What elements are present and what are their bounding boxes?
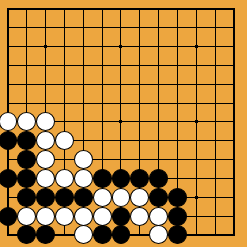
intersection[interactable] bbox=[93, 188, 112, 207]
intersection[interactable] bbox=[93, 207, 112, 226]
intersection[interactable] bbox=[206, 75, 225, 94]
intersection[interactable] bbox=[55, 18, 74, 37]
intersection[interactable] bbox=[17, 131, 36, 150]
intersection[interactable] bbox=[225, 37, 244, 56]
black-stone[interactable] bbox=[130, 169, 149, 188]
white-stone[interactable] bbox=[36, 150, 55, 169]
intersection[interactable] bbox=[225, 150, 244, 169]
intersection[interactable] bbox=[149, 188, 168, 207]
intersection[interactable] bbox=[187, 150, 206, 169]
intersection[interactable] bbox=[55, 207, 74, 226]
intersection[interactable] bbox=[130, 207, 149, 226]
white-stone[interactable] bbox=[55, 207, 74, 226]
intersection[interactable] bbox=[36, 0, 55, 18]
intersection[interactable] bbox=[36, 226, 55, 245]
intersection[interactable] bbox=[112, 169, 131, 188]
intersection[interactable] bbox=[149, 75, 168, 94]
intersection[interactable] bbox=[187, 75, 206, 94]
intersection[interactable] bbox=[206, 150, 225, 169]
intersection[interactable] bbox=[206, 0, 225, 18]
intersection[interactable] bbox=[74, 113, 93, 132]
intersection[interactable] bbox=[168, 37, 187, 56]
black-stone[interactable] bbox=[93, 169, 112, 188]
intersection[interactable] bbox=[130, 0, 149, 18]
intersection[interactable] bbox=[168, 0, 187, 18]
intersection[interactable] bbox=[149, 0, 168, 18]
intersection[interactable] bbox=[74, 150, 93, 169]
intersection[interactable] bbox=[206, 56, 225, 75]
intersection[interactable] bbox=[93, 94, 112, 113]
intersection[interactable] bbox=[55, 169, 74, 188]
black-stone[interactable] bbox=[0, 131, 17, 150]
intersection[interactable] bbox=[149, 94, 168, 113]
intersection[interactable] bbox=[36, 37, 55, 56]
intersection[interactable] bbox=[74, 131, 93, 150]
intersection[interactable] bbox=[17, 0, 36, 18]
intersection[interactable] bbox=[93, 18, 112, 37]
intersection[interactable] bbox=[17, 37, 36, 56]
intersection[interactable] bbox=[168, 226, 187, 245]
white-stone[interactable] bbox=[74, 150, 93, 169]
intersection[interactable] bbox=[74, 169, 93, 188]
intersection[interactable] bbox=[225, 56, 244, 75]
intersection[interactable] bbox=[0, 188, 17, 207]
intersection[interactable] bbox=[187, 113, 206, 132]
intersection[interactable] bbox=[206, 131, 225, 150]
intersection[interactable] bbox=[130, 56, 149, 75]
intersection[interactable] bbox=[74, 37, 93, 56]
intersection[interactable] bbox=[55, 56, 74, 75]
black-stone[interactable] bbox=[93, 225, 112, 244]
intersection[interactable] bbox=[17, 150, 36, 169]
intersection[interactable] bbox=[0, 18, 17, 37]
intersection[interactable] bbox=[74, 18, 93, 37]
intersection[interactable] bbox=[112, 188, 131, 207]
intersection[interactable] bbox=[149, 37, 168, 56]
intersection[interactable] bbox=[206, 207, 225, 226]
intersection[interactable] bbox=[74, 75, 93, 94]
intersection[interactable] bbox=[130, 150, 149, 169]
intersection[interactable] bbox=[130, 94, 149, 113]
intersection[interactable] bbox=[17, 207, 36, 226]
black-stone[interactable] bbox=[17, 188, 36, 207]
intersection[interactable] bbox=[168, 113, 187, 132]
intersection[interactable] bbox=[130, 226, 149, 245]
intersection[interactable] bbox=[130, 113, 149, 132]
intersection[interactable] bbox=[0, 150, 17, 169]
intersection[interactable] bbox=[93, 169, 112, 188]
black-stone[interactable] bbox=[17, 150, 36, 169]
white-stone[interactable] bbox=[36, 131, 55, 150]
intersection[interactable] bbox=[187, 169, 206, 188]
intersection[interactable] bbox=[93, 75, 112, 94]
intersection[interactable] bbox=[0, 131, 17, 150]
intersection[interactable] bbox=[225, 0, 244, 18]
intersection[interactable] bbox=[168, 188, 187, 207]
intersection[interactable] bbox=[74, 94, 93, 113]
black-stone[interactable] bbox=[36, 188, 55, 207]
intersection[interactable] bbox=[168, 18, 187, 37]
intersection[interactable] bbox=[225, 207, 244, 226]
intersection[interactable] bbox=[55, 131, 74, 150]
intersection[interactable] bbox=[206, 18, 225, 37]
intersection[interactable] bbox=[206, 94, 225, 113]
black-stone[interactable] bbox=[149, 169, 168, 188]
intersection[interactable] bbox=[93, 226, 112, 245]
intersection[interactable] bbox=[225, 18, 244, 37]
intersection[interactable] bbox=[187, 188, 206, 207]
intersection[interactable] bbox=[206, 226, 225, 245]
intersection[interactable] bbox=[17, 226, 36, 245]
intersection[interactable] bbox=[225, 169, 244, 188]
intersection[interactable] bbox=[17, 75, 36, 94]
intersection[interactable] bbox=[93, 0, 112, 18]
intersection[interactable] bbox=[0, 226, 17, 245]
black-stone[interactable] bbox=[112, 207, 131, 226]
white-stone[interactable] bbox=[36, 169, 55, 188]
intersection[interactable] bbox=[168, 169, 187, 188]
white-stone[interactable] bbox=[55, 131, 74, 150]
intersection[interactable] bbox=[112, 150, 131, 169]
intersection[interactable] bbox=[187, 0, 206, 18]
intersection[interactable] bbox=[0, 169, 17, 188]
intersection[interactable] bbox=[36, 188, 55, 207]
intersection[interactable] bbox=[225, 113, 244, 132]
white-stone[interactable] bbox=[130, 207, 149, 226]
intersection[interactable] bbox=[36, 56, 55, 75]
intersection[interactable] bbox=[149, 169, 168, 188]
white-stone[interactable] bbox=[74, 169, 93, 188]
intersection[interactable] bbox=[168, 131, 187, 150]
intersection[interactable] bbox=[17, 113, 36, 132]
intersection[interactable] bbox=[0, 56, 17, 75]
intersection[interactable] bbox=[149, 56, 168, 75]
intersection[interactable] bbox=[0, 94, 17, 113]
intersection[interactable] bbox=[168, 150, 187, 169]
intersection[interactable] bbox=[225, 131, 244, 150]
intersection[interactable] bbox=[130, 37, 149, 56]
intersection[interactable] bbox=[55, 188, 74, 207]
black-stone[interactable] bbox=[149, 188, 168, 207]
intersection[interactable] bbox=[225, 226, 244, 245]
intersection[interactable] bbox=[112, 75, 131, 94]
intersection[interactable] bbox=[74, 0, 93, 18]
intersection[interactable] bbox=[93, 37, 112, 56]
intersection[interactable] bbox=[55, 75, 74, 94]
white-stone[interactable] bbox=[112, 188, 131, 207]
intersection[interactable] bbox=[187, 226, 206, 245]
black-stone[interactable] bbox=[55, 188, 74, 207]
intersection[interactable] bbox=[0, 37, 17, 56]
white-stone[interactable] bbox=[74, 225, 93, 244]
intersection[interactable] bbox=[0, 207, 17, 226]
intersection[interactable] bbox=[187, 94, 206, 113]
intersection[interactable] bbox=[55, 113, 74, 132]
intersection[interactable] bbox=[112, 0, 131, 18]
intersection[interactable] bbox=[74, 56, 93, 75]
black-stone[interactable] bbox=[0, 207, 17, 226]
intersection[interactable] bbox=[17, 188, 36, 207]
intersection[interactable] bbox=[206, 113, 225, 132]
white-stone[interactable] bbox=[149, 207, 168, 226]
intersection[interactable] bbox=[130, 18, 149, 37]
intersection[interactable] bbox=[36, 113, 55, 132]
black-stone[interactable] bbox=[0, 169, 17, 188]
intersection[interactable] bbox=[149, 18, 168, 37]
black-stone[interactable] bbox=[17, 225, 36, 244]
black-stone[interactable] bbox=[17, 131, 36, 150]
intersection[interactable] bbox=[0, 75, 17, 94]
intersection[interactable] bbox=[130, 75, 149, 94]
intersection[interactable] bbox=[93, 113, 112, 132]
intersection[interactable] bbox=[225, 94, 244, 113]
intersection[interactable] bbox=[74, 188, 93, 207]
intersection[interactable] bbox=[130, 169, 149, 188]
intersection[interactable] bbox=[149, 150, 168, 169]
intersection[interactable] bbox=[168, 56, 187, 75]
white-stone[interactable] bbox=[93, 207, 112, 226]
intersection[interactable] bbox=[225, 75, 244, 94]
intersection[interactable] bbox=[36, 131, 55, 150]
intersection[interactable] bbox=[36, 94, 55, 113]
intersection[interactable] bbox=[17, 56, 36, 75]
intersection[interactable] bbox=[55, 226, 74, 245]
intersection[interactable] bbox=[36, 169, 55, 188]
intersection[interactable] bbox=[0, 113, 17, 132]
intersection[interactable] bbox=[36, 150, 55, 169]
intersection[interactable] bbox=[112, 131, 131, 150]
intersection[interactable] bbox=[112, 113, 131, 132]
intersection[interactable] bbox=[149, 113, 168, 132]
black-stone[interactable] bbox=[112, 225, 131, 244]
intersection[interactable] bbox=[93, 150, 112, 169]
intersection[interactable] bbox=[168, 94, 187, 113]
intersection[interactable] bbox=[225, 188, 244, 207]
black-stone[interactable] bbox=[168, 207, 187, 226]
intersection[interactable] bbox=[93, 56, 112, 75]
intersection[interactable] bbox=[112, 56, 131, 75]
intersection[interactable] bbox=[149, 131, 168, 150]
intersection[interactable] bbox=[36, 207, 55, 226]
intersection[interactable] bbox=[187, 131, 206, 150]
black-stone[interactable] bbox=[112, 169, 131, 188]
intersection[interactable] bbox=[187, 56, 206, 75]
white-stone[interactable] bbox=[93, 188, 112, 207]
white-stone[interactable] bbox=[149, 225, 168, 244]
white-stone[interactable] bbox=[0, 112, 17, 131]
intersection[interactable] bbox=[36, 18, 55, 37]
intersection[interactable] bbox=[149, 207, 168, 226]
intersection[interactable] bbox=[74, 207, 93, 226]
intersection[interactable] bbox=[206, 169, 225, 188]
intersection[interactable] bbox=[206, 37, 225, 56]
intersection[interactable] bbox=[187, 207, 206, 226]
black-stone[interactable] bbox=[36, 225, 55, 244]
intersection[interactable] bbox=[17, 94, 36, 113]
intersection[interactable] bbox=[112, 37, 131, 56]
white-stone[interactable] bbox=[36, 207, 55, 226]
intersection[interactable] bbox=[17, 169, 36, 188]
white-stone[interactable] bbox=[17, 112, 36, 131]
intersection[interactable] bbox=[112, 226, 131, 245]
black-stone[interactable] bbox=[17, 169, 36, 188]
intersection[interactable] bbox=[187, 37, 206, 56]
intersection[interactable] bbox=[0, 0, 17, 18]
black-stone[interactable] bbox=[168, 225, 187, 244]
intersection[interactable] bbox=[149, 226, 168, 245]
intersection[interactable] bbox=[112, 94, 131, 113]
intersection[interactable] bbox=[168, 75, 187, 94]
intersection[interactable] bbox=[112, 207, 131, 226]
intersection[interactable] bbox=[55, 150, 74, 169]
intersection[interactable] bbox=[55, 94, 74, 113]
black-stone[interactable] bbox=[74, 188, 93, 207]
intersection[interactable] bbox=[17, 18, 36, 37]
intersection[interactable] bbox=[187, 18, 206, 37]
white-stone[interactable] bbox=[74, 207, 93, 226]
intersection[interactable] bbox=[206, 188, 225, 207]
black-stone[interactable] bbox=[168, 188, 187, 207]
intersection[interactable] bbox=[130, 188, 149, 207]
intersection[interactable] bbox=[112, 18, 131, 37]
go-board-diagram bbox=[0, 0, 247, 247]
white-stone[interactable] bbox=[17, 207, 36, 226]
intersection[interactable] bbox=[55, 37, 74, 56]
go-board bbox=[0, 0, 243, 244]
intersection[interactable] bbox=[168, 207, 187, 226]
intersection[interactable] bbox=[55, 0, 74, 18]
intersection[interactable] bbox=[93, 131, 112, 150]
white-stone[interactable] bbox=[130, 188, 149, 207]
intersection[interactable] bbox=[130, 131, 149, 150]
white-stone[interactable] bbox=[55, 169, 74, 188]
intersection[interactable] bbox=[74, 226, 93, 245]
intersection[interactable] bbox=[36, 75, 55, 94]
white-stone[interactable] bbox=[36, 112, 55, 131]
